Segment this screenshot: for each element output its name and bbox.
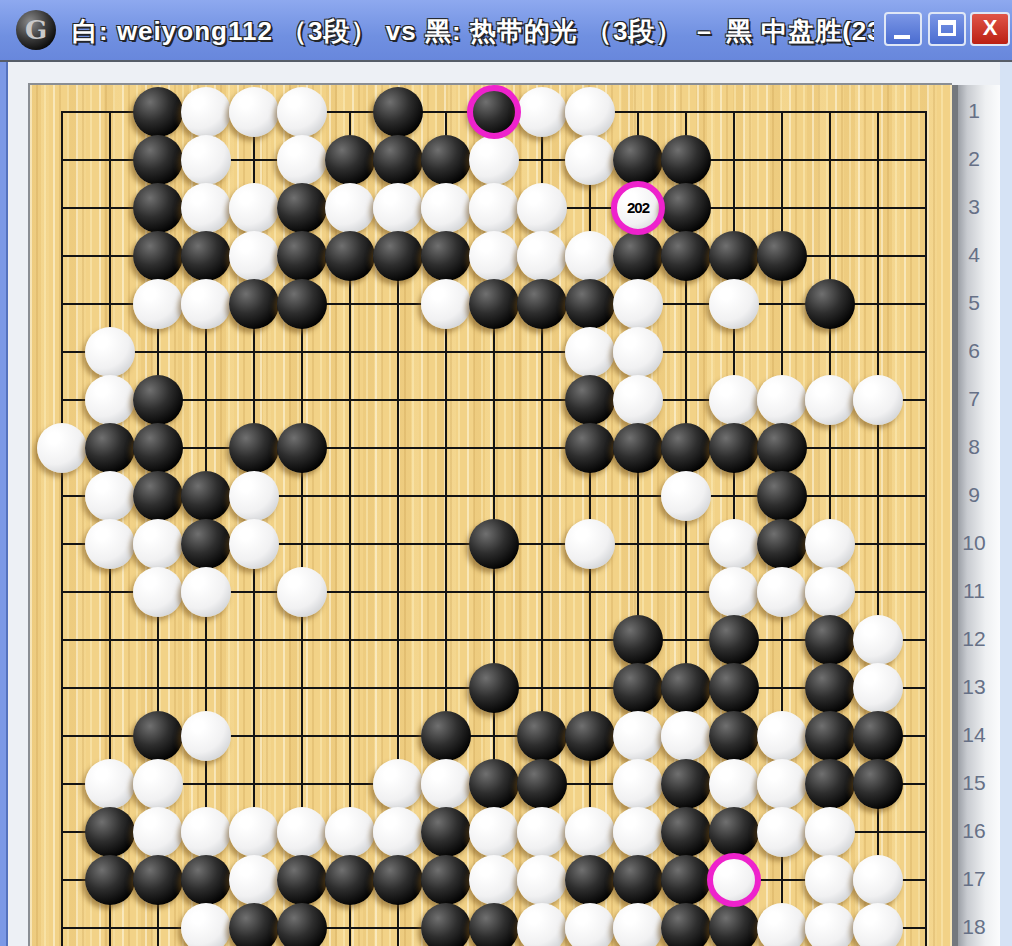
stone-black xyxy=(85,855,135,905)
row-label-4: 4 xyxy=(960,243,988,267)
stone-black xyxy=(421,135,471,185)
stone-white xyxy=(85,375,135,425)
stone-white xyxy=(37,423,87,473)
stone-white xyxy=(757,903,807,946)
grid-vline xyxy=(877,111,879,946)
stone-white xyxy=(853,663,903,713)
stone-white xyxy=(565,135,615,185)
stone-black xyxy=(613,423,663,473)
maximize-button[interactable] xyxy=(928,12,966,46)
stone-white xyxy=(565,807,615,857)
stone-white xyxy=(613,807,663,857)
stone-black xyxy=(133,711,183,761)
stone-white xyxy=(229,519,279,569)
stone-white xyxy=(85,759,135,809)
grid-vline xyxy=(61,111,63,946)
stone-black xyxy=(517,711,567,761)
stone-white xyxy=(805,375,855,425)
stone-black xyxy=(85,423,135,473)
stone-white xyxy=(373,183,423,233)
stone-white xyxy=(805,519,855,569)
minimize-button[interactable] xyxy=(884,12,922,46)
stone-black xyxy=(421,903,471,946)
stone-white xyxy=(229,807,279,857)
stone-white xyxy=(853,903,903,946)
stone-white xyxy=(805,855,855,905)
stone-white xyxy=(85,471,135,521)
row-label-12: 12 xyxy=(960,627,988,651)
stone-black xyxy=(757,471,807,521)
stone-black xyxy=(469,759,519,809)
stone-white xyxy=(181,711,231,761)
stone-white xyxy=(277,87,327,137)
stone-white xyxy=(181,567,231,617)
stone-black xyxy=(565,855,615,905)
stone-black xyxy=(133,135,183,185)
stone-black xyxy=(661,135,711,185)
stone-white xyxy=(517,87,567,137)
stone-white xyxy=(853,375,903,425)
stone-black xyxy=(709,231,759,281)
stone-black xyxy=(469,519,519,569)
stone-white xyxy=(517,183,567,233)
row-label-1: 1 xyxy=(960,99,988,123)
stone-white xyxy=(565,231,615,281)
stone-black xyxy=(277,423,327,473)
row-label-2: 2 xyxy=(960,147,988,171)
row-label-10: 10 xyxy=(960,531,988,555)
stone-black xyxy=(229,903,279,946)
row-label-13: 13 xyxy=(960,675,988,699)
title-bar: G 白: weiyong112 （3段） vs 黑: 热带的光 （3段） － 黑… xyxy=(0,0,1012,62)
stone-white xyxy=(133,567,183,617)
stone-white xyxy=(613,759,663,809)
stone-white xyxy=(181,135,231,185)
stone-white xyxy=(613,711,663,761)
stone-black xyxy=(805,279,855,329)
stone-white xyxy=(85,519,135,569)
stone-black xyxy=(373,87,423,137)
row-label-15: 15 xyxy=(960,771,988,795)
row-label-14: 14 xyxy=(960,723,988,747)
close-button[interactable]: X xyxy=(970,12,1010,46)
window-left-border xyxy=(0,62,8,946)
stone-black xyxy=(469,279,519,329)
row-label-16: 16 xyxy=(960,819,988,843)
stone-white xyxy=(85,327,135,377)
stone-black xyxy=(709,615,759,665)
stone-black xyxy=(133,231,183,281)
stone-black xyxy=(277,231,327,281)
stone-black xyxy=(661,231,711,281)
app-icon: G xyxy=(16,10,56,50)
stone-white xyxy=(181,183,231,233)
stone-black xyxy=(853,759,903,809)
row-label-6: 6 xyxy=(960,339,988,363)
row-label-11: 11 xyxy=(960,579,988,603)
right-edge-strip xyxy=(1000,62,1012,946)
row-label-18: 18 xyxy=(960,915,988,939)
stone-black xyxy=(661,855,711,905)
stone-black xyxy=(133,471,183,521)
stone-black xyxy=(133,855,183,905)
stone-black xyxy=(325,855,375,905)
stone-black xyxy=(757,231,807,281)
stone-white xyxy=(229,855,279,905)
stone-black xyxy=(277,279,327,329)
close-icon: X xyxy=(983,15,998,40)
stone-black xyxy=(613,615,663,665)
stone-black xyxy=(661,663,711,713)
application-window: G 白: weiyong112 （3段） vs 黑: 热带的光 （3段） － 黑… xyxy=(0,0,1012,946)
last-move-marker xyxy=(611,181,665,235)
stone-black xyxy=(181,231,231,281)
stone-black xyxy=(709,903,759,946)
stone-black xyxy=(229,423,279,473)
stone-white xyxy=(613,375,663,425)
stone-white xyxy=(181,903,231,946)
stone-white xyxy=(805,903,855,946)
stone-black xyxy=(709,711,759,761)
stone-black xyxy=(421,231,471,281)
stone-white xyxy=(421,279,471,329)
stone-black xyxy=(133,423,183,473)
stone-black xyxy=(661,759,711,809)
stone-white xyxy=(709,519,759,569)
stone-white xyxy=(277,567,327,617)
row-label-9: 9 xyxy=(960,483,988,507)
stone-white xyxy=(709,279,759,329)
stone-black xyxy=(613,231,663,281)
app-icon-letter: G xyxy=(25,15,47,45)
stone-black xyxy=(661,807,711,857)
minimize-icon xyxy=(894,35,910,39)
grid-hline xyxy=(61,639,927,641)
stone-white xyxy=(373,759,423,809)
last-move-marker xyxy=(467,85,521,139)
stone-black xyxy=(709,663,759,713)
stone-white xyxy=(133,519,183,569)
stone-black xyxy=(421,807,471,857)
stone-black xyxy=(805,759,855,809)
stone-black xyxy=(421,855,471,905)
stone-black xyxy=(181,855,231,905)
stone-white xyxy=(757,711,807,761)
stone-white xyxy=(325,807,375,857)
stone-white xyxy=(565,87,615,137)
stone-white xyxy=(373,807,423,857)
stone-white xyxy=(757,759,807,809)
stone-black xyxy=(517,759,567,809)
stone-black xyxy=(325,231,375,281)
stone-white xyxy=(565,519,615,569)
stone-white xyxy=(421,759,471,809)
stone-white xyxy=(277,135,327,185)
stone-black xyxy=(133,87,183,137)
stone-black xyxy=(373,135,423,185)
stone-white xyxy=(469,231,519,281)
stone-white xyxy=(709,759,759,809)
stone-black xyxy=(757,519,807,569)
stone-black xyxy=(661,423,711,473)
row-label-17: 17 xyxy=(960,867,988,891)
stone-black xyxy=(517,279,567,329)
stone-white xyxy=(517,855,567,905)
stone-white xyxy=(469,807,519,857)
stone-black xyxy=(805,711,855,761)
stone-white xyxy=(661,711,711,761)
stone-black xyxy=(805,615,855,665)
row-label-5: 5 xyxy=(960,291,988,315)
stone-black xyxy=(277,183,327,233)
stone-white xyxy=(709,375,759,425)
row-label-7: 7 xyxy=(960,387,988,411)
grid-vline xyxy=(925,111,927,946)
stone-black xyxy=(133,183,183,233)
stone-black xyxy=(421,711,471,761)
stone-black xyxy=(661,183,711,233)
stone-black xyxy=(325,135,375,185)
stone-white xyxy=(229,231,279,281)
stone-black xyxy=(757,423,807,473)
stone-white xyxy=(517,231,567,281)
stone-white xyxy=(421,183,471,233)
stone-black xyxy=(181,519,231,569)
stone-white xyxy=(229,183,279,233)
stone-white xyxy=(133,759,183,809)
stone-white xyxy=(181,807,231,857)
row-label-strip: 123456789101112131415161718 xyxy=(958,85,1000,946)
stone-white xyxy=(229,87,279,137)
stone-black xyxy=(277,903,327,946)
stone-white xyxy=(277,807,327,857)
stone-black xyxy=(805,663,855,713)
stone-white xyxy=(757,807,807,857)
stone-white xyxy=(757,567,807,617)
stone-white xyxy=(469,855,519,905)
stone-black xyxy=(373,231,423,281)
stone-white xyxy=(853,855,903,905)
stone-black xyxy=(565,423,615,473)
stone-white xyxy=(661,471,711,521)
stone-black xyxy=(469,663,519,713)
stone-black xyxy=(709,807,759,857)
stone-black xyxy=(565,279,615,329)
stone-white xyxy=(805,567,855,617)
row-label-8: 8 xyxy=(960,435,988,459)
go-board[interactable]: 202 xyxy=(28,83,952,946)
stone-white xyxy=(805,807,855,857)
stone-white xyxy=(613,327,663,377)
stone-black xyxy=(181,471,231,521)
row-label-3: 3 xyxy=(960,195,988,219)
stone-white xyxy=(517,807,567,857)
stone-black xyxy=(373,855,423,905)
stone-black xyxy=(613,663,663,713)
stone-black xyxy=(85,807,135,857)
stone-white xyxy=(325,183,375,233)
stone-white xyxy=(229,471,279,521)
stone-black xyxy=(709,423,759,473)
stone-white xyxy=(709,567,759,617)
stone-black xyxy=(853,711,903,761)
stone-black xyxy=(565,375,615,425)
stone-black xyxy=(613,135,663,185)
stone-white xyxy=(517,903,567,946)
maximize-icon xyxy=(938,20,956,36)
stone-white xyxy=(613,279,663,329)
stone-white xyxy=(757,375,807,425)
stone-white xyxy=(853,615,903,665)
stone-white xyxy=(133,807,183,857)
stone-black xyxy=(277,855,327,905)
stone-white xyxy=(565,327,615,377)
window-title: 白: weiyong112 （3段） vs 黑: 热带的光 （3段） － 黑 中… xyxy=(72,0,874,62)
stone-white xyxy=(469,183,519,233)
stone-black xyxy=(565,711,615,761)
stone-black xyxy=(133,375,183,425)
stone-black xyxy=(229,279,279,329)
stone-white xyxy=(565,903,615,946)
stone-white xyxy=(469,135,519,185)
stone-black xyxy=(613,855,663,905)
stone-white xyxy=(613,903,663,946)
stone-white xyxy=(133,279,183,329)
stone-white xyxy=(181,87,231,137)
stone-black xyxy=(661,903,711,946)
stone-white xyxy=(181,279,231,329)
last-move-marker xyxy=(707,853,761,907)
stone-black xyxy=(469,903,519,946)
